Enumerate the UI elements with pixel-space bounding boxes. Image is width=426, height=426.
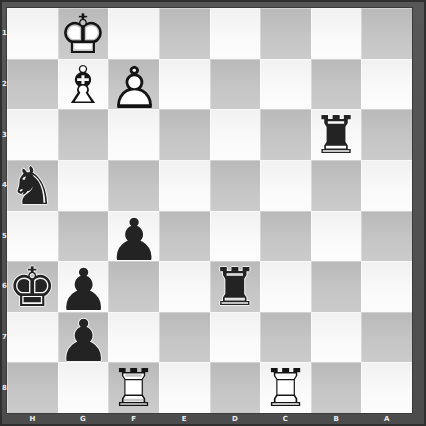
square-c6[interactable] [260, 261, 311, 312]
black-rook-b3[interactable]: ♜ [311, 109, 362, 160]
rank-label-7: 7 [2, 312, 7, 363]
square-c1[interactable] [260, 8, 311, 59]
file-label-b: B [311, 413, 362, 424]
black-piece-glyph: ♞ [9, 160, 56, 212]
square-h5[interactable] [7, 211, 58, 262]
square-d7[interactable] [210, 312, 261, 363]
square-e4[interactable] [159, 160, 210, 211]
white-king-g1[interactable]: ♚♔ [58, 8, 109, 59]
square-a5[interactable] [361, 211, 412, 262]
square-b5[interactable] [311, 211, 362, 262]
file-labels: HGFEDCBA [7, 413, 412, 424]
square-b7[interactable] [311, 312, 362, 363]
square-f5[interactable]: ♟ [108, 211, 159, 262]
square-g6[interactable]: ♟ [58, 261, 109, 312]
rank-label-3: 3 [2, 109, 7, 160]
square-g5[interactable] [58, 211, 109, 262]
rank-label-8: 8 [2, 362, 7, 413]
square-c5[interactable] [260, 211, 311, 262]
white-piece-outline-glyph: ♙ [108, 59, 160, 117]
square-e7[interactable] [159, 312, 210, 363]
rank-label-5: 5 [2, 211, 7, 262]
square-b8[interactable] [311, 362, 362, 413]
square-c3[interactable] [260, 109, 311, 160]
black-piece-glyph: ♜ [212, 261, 259, 313]
rank-labels: 12345678 [2, 8, 7, 413]
file-label-f: F [108, 413, 159, 424]
square-c2[interactable] [260, 59, 311, 110]
white-piece-outline-glyph: ♗ [60, 59, 107, 111]
square-a7[interactable] [361, 312, 412, 363]
square-h3[interactable] [7, 109, 58, 160]
square-d1[interactable] [210, 8, 261, 59]
square-d5[interactable] [210, 211, 261, 262]
square-e5[interactable] [159, 211, 210, 262]
rank-label-2: 2 [2, 59, 7, 110]
white-rook-f8[interactable]: ♜♖ [108, 362, 159, 413]
file-label-d: D [210, 413, 261, 424]
square-h6[interactable]: ♚ [7, 261, 58, 312]
black-pawn-f5[interactable]: ♟ [108, 211, 159, 262]
black-piece-glyph: ♚ [8, 261, 56, 315]
black-king-h6[interactable]: ♚ [7, 261, 58, 312]
white-rook-c8[interactable]: ♜♖ [260, 362, 311, 413]
square-e6[interactable] [159, 261, 210, 312]
black-pawn-g7[interactable]: ♟ [58, 312, 109, 363]
square-h1[interactable] [7, 8, 58, 59]
rank-label-1: 1 [2, 8, 7, 59]
black-rook-d6[interactable]: ♜ [210, 261, 261, 312]
square-h2[interactable] [7, 59, 58, 110]
square-f8[interactable]: ♜♖ [108, 362, 159, 413]
square-f1[interactable] [108, 8, 159, 59]
chess-board: 12345678 ♚♔♝♗♟♙♜♞♟♚♟♜♟♜♖♜♖ HGFEDCBA [0, 0, 426, 426]
square-d4[interactable] [210, 160, 261, 211]
file-label-e: E [159, 413, 210, 424]
square-h7[interactable] [7, 312, 58, 363]
square-e3[interactable] [159, 109, 210, 160]
black-piece-glyph: ♜ [313, 109, 360, 161]
square-a3[interactable] [361, 109, 412, 160]
file-label-a: A [361, 413, 412, 424]
black-knight-h4[interactable]: ♞ [7, 160, 58, 211]
square-c4[interactable] [260, 160, 311, 211]
white-piece-outline-glyph: ♖ [262, 362, 309, 414]
square-f4[interactable] [108, 160, 159, 211]
square-f2[interactable]: ♟♙ [108, 59, 159, 110]
square-h8[interactable] [7, 362, 58, 413]
square-c8[interactable]: ♜♖ [260, 362, 311, 413]
square-a6[interactable] [361, 261, 412, 312]
rank-label-6: 6 [2, 261, 7, 312]
square-b6[interactable] [311, 261, 362, 312]
square-g4[interactable] [58, 160, 109, 211]
square-g7[interactable]: ♟ [58, 312, 109, 363]
black-piece-glyph: ♟ [108, 211, 160, 269]
file-label-c: C [260, 413, 311, 424]
white-piece-outline-glyph: ♔ [59, 8, 107, 62]
square-b3[interactable]: ♜ [311, 109, 362, 160]
square-e8[interactable] [159, 362, 210, 413]
square-e1[interactable] [159, 8, 210, 59]
white-piece-outline-glyph: ♖ [110, 362, 157, 414]
square-f7[interactable] [108, 312, 159, 363]
square-c7[interactable] [260, 312, 311, 363]
square-b1[interactable] [311, 8, 362, 59]
file-label-g: G [58, 413, 109, 424]
board-squares: ♚♔♝♗♟♙♜♞♟♚♟♜♟♜♖♜♖ [7, 8, 412, 413]
square-b4[interactable] [311, 160, 362, 211]
file-label-h: H [7, 413, 58, 424]
square-d3[interactable] [210, 109, 261, 160]
square-d2[interactable] [210, 59, 261, 110]
square-e2[interactable] [159, 59, 210, 110]
square-b2[interactable] [311, 59, 362, 110]
square-h4[interactable]: ♞ [7, 160, 58, 211]
square-g1[interactable]: ♚♔ [58, 8, 109, 59]
square-a4[interactable] [361, 160, 412, 211]
square-a1[interactable] [361, 8, 412, 59]
square-g3[interactable] [58, 109, 109, 160]
square-g2[interactable]: ♝♗ [58, 59, 109, 110]
square-a2[interactable] [361, 59, 412, 110]
black-pawn-g6[interactable]: ♟ [58, 261, 109, 312]
rank-label-4: 4 [2, 160, 7, 211]
square-a8[interactable] [361, 362, 412, 413]
square-d6[interactable]: ♜ [210, 261, 261, 312]
square-d8[interactable] [210, 362, 261, 413]
white-bishop-g2[interactable]: ♝♗ [58, 59, 109, 110]
black-piece-glyph: ♟ [58, 312, 110, 370]
white-pawn-f2[interactable]: ♟♙ [108, 59, 159, 110]
